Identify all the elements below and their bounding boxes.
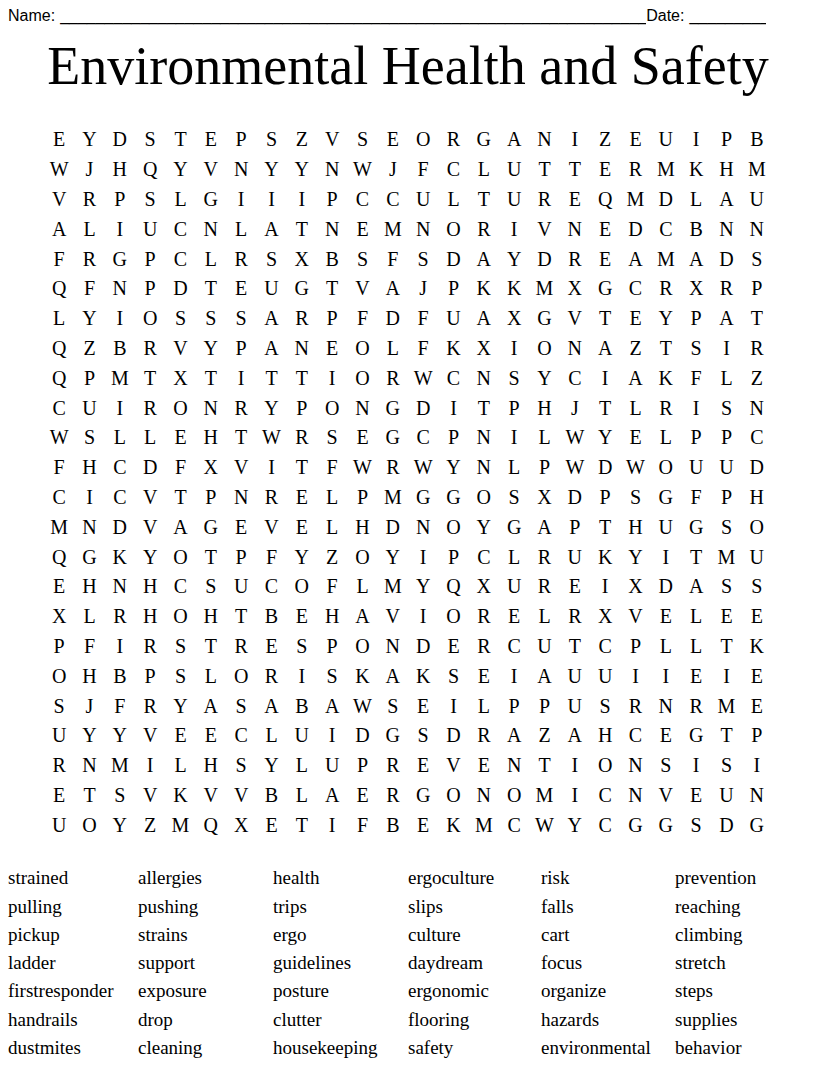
grid-cell[interactable]: S	[44, 691, 74, 721]
grid-cell[interactable]: L	[529, 602, 559, 632]
grid-cell[interactable]: O	[529, 334, 559, 364]
grid-cell[interactable]: D	[529, 244, 559, 274]
grid-cell[interactable]: A	[347, 602, 377, 632]
grid-cell[interactable]: X	[469, 572, 499, 602]
grid-cell[interactable]: U	[44, 810, 74, 840]
grid-cell[interactable]: W	[256, 423, 286, 453]
grid-cell[interactable]: A	[378, 274, 408, 304]
grid-cell[interactable]: C	[105, 483, 135, 513]
grid-cell[interactable]: E	[347, 423, 377, 453]
grid-cell[interactable]: R	[378, 781, 408, 811]
grid-cell[interactable]: R	[651, 393, 681, 423]
grid-cell[interactable]: S	[681, 334, 711, 364]
grid-cell[interactable]: L	[681, 602, 711, 632]
grid-cell[interactable]: M	[378, 483, 408, 513]
grid-cell[interactable]: R	[469, 214, 499, 244]
grid-cell[interactable]: Z	[590, 125, 620, 155]
grid-cell[interactable]: N	[560, 334, 590, 364]
grid-cell[interactable]: X	[499, 304, 529, 334]
grid-cell[interactable]: L	[681, 185, 711, 215]
grid-cell[interactable]: I	[560, 125, 590, 155]
grid-cell[interactable]: N	[74, 751, 104, 781]
grid-cell[interactable]: H	[196, 423, 226, 453]
grid-cell[interactable]: B	[317, 244, 347, 274]
grid-cell[interactable]: Z	[74, 334, 104, 364]
grid-cell[interactable]: L	[529, 423, 559, 453]
grid-cell[interactable]: K	[438, 810, 468, 840]
grid-cell[interactable]: K	[651, 363, 681, 393]
grid-cell[interactable]: E	[378, 125, 408, 155]
grid-cell[interactable]: T	[529, 751, 559, 781]
grid-cell[interactable]: V	[529, 214, 559, 244]
grid-cell[interactable]: H	[711, 155, 741, 185]
grid-cell[interactable]: N	[469, 781, 499, 811]
grid-cell[interactable]: X	[560, 274, 590, 304]
grid-cell[interactable]: Y	[529, 363, 559, 393]
grid-cell[interactable]: H	[105, 155, 135, 185]
grid-cell[interactable]: R	[135, 393, 165, 423]
grid-cell[interactable]: N	[469, 453, 499, 483]
grid-cell[interactable]: L	[469, 691, 499, 721]
grid-cell[interactable]: A	[256, 304, 286, 334]
grid-cell[interactable]: T	[287, 214, 317, 244]
grid-cell[interactable]: I	[499, 423, 529, 453]
grid-cell[interactable]: Y	[287, 155, 317, 185]
grid-cell[interactable]: O	[317, 393, 347, 423]
grid-cell[interactable]: K	[590, 542, 620, 572]
grid-cell[interactable]: V	[438, 751, 468, 781]
grid-cell[interactable]: A	[256, 334, 286, 364]
grid-cell[interactable]: G	[74, 542, 104, 572]
grid-cell[interactable]: P	[742, 274, 772, 304]
grid-cell[interactable]: N	[378, 632, 408, 662]
grid-cell[interactable]: I	[620, 661, 650, 691]
grid-cell[interactable]: E	[44, 572, 74, 602]
grid-cell[interactable]: L	[256, 721, 286, 751]
grid-cell[interactable]: S	[226, 751, 256, 781]
grid-cell[interactable]: Q	[44, 542, 74, 572]
grid-cell[interactable]: V	[165, 334, 195, 364]
grid-cell[interactable]: F	[256, 542, 286, 572]
grid-cell[interactable]: N	[469, 423, 499, 453]
grid-cell[interactable]: L	[74, 602, 104, 632]
grid-cell[interactable]: S	[317, 661, 347, 691]
grid-cell[interactable]: L	[287, 751, 317, 781]
grid-cell[interactable]: P	[196, 483, 226, 513]
grid-cell[interactable]: F	[408, 334, 438, 364]
grid-cell[interactable]: Z	[317, 542, 347, 572]
grid-cell[interactable]: F	[408, 155, 438, 185]
grid-cell[interactable]: E	[165, 423, 195, 453]
grid-cell[interactable]: N	[105, 572, 135, 602]
grid-cell[interactable]: I	[287, 185, 317, 215]
grid-cell[interactable]: A	[165, 512, 195, 542]
grid-cell[interactable]: E	[711, 602, 741, 632]
grid-cell[interactable]: N	[620, 781, 650, 811]
grid-cell[interactable]: T	[711, 632, 741, 662]
name-blank-line[interactable]: ________________________________________…	[60, 7, 646, 24]
grid-cell[interactable]: G	[378, 721, 408, 751]
grid-cell[interactable]: L	[44, 304, 74, 334]
grid-cell[interactable]: S	[408, 244, 438, 274]
grid-cell[interactable]: M	[651, 244, 681, 274]
grid-cell[interactable]: R	[620, 691, 650, 721]
grid-cell[interactable]: P	[529, 691, 559, 721]
grid-cell[interactable]: E	[651, 602, 681, 632]
grid-cell[interactable]: R	[438, 125, 468, 155]
grid-cell[interactable]: T	[711, 721, 741, 751]
grid-cell[interactable]: O	[347, 632, 377, 662]
grid-cell[interactable]: L	[196, 661, 226, 691]
grid-cell[interactable]: U	[226, 572, 256, 602]
grid-cell[interactable]: V	[317, 125, 347, 155]
grid-cell[interactable]: Y	[378, 542, 408, 572]
grid-cell[interactable]: F	[44, 453, 74, 483]
grid-cell[interactable]: K	[438, 334, 468, 364]
grid-cell[interactable]: G	[378, 423, 408, 453]
grid-cell[interactable]: D	[438, 721, 468, 751]
grid-cell[interactable]: S	[256, 125, 286, 155]
grid-cell[interactable]: G	[499, 512, 529, 542]
grid-cell[interactable]: I	[499, 661, 529, 691]
grid-cell[interactable]: I	[105, 632, 135, 662]
grid-cell[interactable]: C	[347, 185, 377, 215]
grid-cell[interactable]: P	[226, 125, 256, 155]
grid-cell[interactable]: I	[651, 542, 681, 572]
grid-cell[interactable]: S	[378, 691, 408, 721]
grid-cell[interactable]: P	[317, 304, 347, 334]
grid-cell[interactable]: K	[165, 781, 195, 811]
grid-cell[interactable]: O	[287, 572, 317, 602]
grid-cell[interactable]: M	[711, 542, 741, 572]
grid-cell[interactable]: R	[135, 691, 165, 721]
grid-cell[interactable]: E	[408, 691, 438, 721]
grid-cell[interactable]: R	[378, 453, 408, 483]
grid-cell[interactable]: S	[347, 125, 377, 155]
grid-cell[interactable]: I	[105, 304, 135, 334]
grid-cell[interactable]: I	[256, 453, 286, 483]
grid-cell[interactable]: V	[135, 512, 165, 542]
grid-cell[interactable]: M	[529, 781, 559, 811]
grid-cell[interactable]: T	[196, 274, 226, 304]
grid-cell[interactable]: W	[347, 453, 377, 483]
grid-cell[interactable]: P	[620, 632, 650, 662]
grid-cell[interactable]: X	[165, 363, 195, 393]
grid-cell[interactable]: Y	[74, 125, 104, 155]
grid-cell[interactable]: K	[469, 274, 499, 304]
grid-cell[interactable]: C	[590, 781, 620, 811]
grid-cell[interactable]: V	[256, 512, 286, 542]
grid-cell[interactable]: E	[196, 721, 226, 751]
grid-cell[interactable]: P	[347, 483, 377, 513]
grid-cell[interactable]: P	[44, 632, 74, 662]
grid-cell[interactable]: A	[196, 691, 226, 721]
grid-cell[interactable]: U	[681, 453, 711, 483]
grid-cell[interactable]: V	[620, 602, 650, 632]
grid-cell[interactable]: A	[529, 512, 559, 542]
grid-cell[interactable]: X	[196, 453, 226, 483]
grid-cell[interactable]: O	[438, 602, 468, 632]
grid-cell[interactable]: Y	[105, 721, 135, 751]
grid-cell[interactable]: U	[499, 185, 529, 215]
grid-cell[interactable]: R	[560, 602, 590, 632]
grid-cell[interactable]: N	[560, 214, 590, 244]
grid-cell[interactable]: S	[742, 244, 772, 274]
grid-cell[interactable]: L	[105, 423, 135, 453]
grid-cell[interactable]: A	[256, 691, 286, 721]
grid-cell[interactable]: R	[620, 155, 650, 185]
grid-cell[interactable]: E	[347, 781, 377, 811]
grid-cell[interactable]: Z	[135, 810, 165, 840]
grid-cell[interactable]: E	[44, 125, 74, 155]
grid-cell[interactable]: Y	[620, 542, 650, 572]
grid-cell[interactable]: D	[711, 244, 741, 274]
grid-cell[interactable]: S	[620, 483, 650, 513]
grid-cell[interactable]: T	[226, 423, 256, 453]
grid-cell[interactable]: U	[317, 751, 347, 781]
grid-cell[interactable]: N	[529, 125, 559, 155]
grid-cell[interactable]: R	[256, 483, 286, 513]
grid-cell[interactable]: S	[165, 661, 195, 691]
grid-cell[interactable]: T	[287, 453, 317, 483]
grid-cell[interactable]: I	[681, 393, 711, 423]
grid-cell[interactable]: H	[347, 512, 377, 542]
grid-cell[interactable]: G	[651, 810, 681, 840]
grid-cell[interactable]: W	[529, 810, 559, 840]
grid-cell[interactable]: Y	[165, 691, 195, 721]
grid-cell[interactable]: P	[74, 363, 104, 393]
grid-cell[interactable]: C	[408, 423, 438, 453]
grid-cell[interactable]: E	[287, 483, 317, 513]
grid-cell[interactable]: W	[620, 453, 650, 483]
grid-cell[interactable]: D	[408, 632, 438, 662]
grid-cell[interactable]: E	[620, 423, 650, 453]
grid-cell[interactable]: N	[226, 483, 256, 513]
grid-cell[interactable]: L	[499, 453, 529, 483]
grid-cell[interactable]: P	[681, 423, 711, 453]
grid-cell[interactable]: G	[408, 483, 438, 513]
grid-cell[interactable]: O	[74, 810, 104, 840]
grid-cell[interactable]: D	[742, 453, 772, 483]
grid-cell[interactable]: D	[165, 274, 195, 304]
grid-cell[interactable]: I	[74, 483, 104, 513]
grid-cell[interactable]: E	[469, 751, 499, 781]
grid-cell[interactable]: H	[196, 751, 226, 781]
grid-cell[interactable]: B	[105, 334, 135, 364]
grid-cell[interactable]: Y	[651, 304, 681, 334]
grid-cell[interactable]: C	[165, 214, 195, 244]
grid-cell[interactable]: M	[742, 155, 772, 185]
grid-cell[interactable]: O	[499, 781, 529, 811]
grid-cell[interactable]: T	[529, 155, 559, 185]
grid-cell[interactable]: T	[317, 274, 347, 304]
grid-cell[interactable]: N	[469, 363, 499, 393]
grid-cell[interactable]: R	[529, 185, 559, 215]
grid-cell[interactable]: P	[347, 751, 377, 781]
grid-cell[interactable]: P	[135, 244, 165, 274]
grid-cell[interactable]: F	[44, 244, 74, 274]
grid-cell[interactable]: F	[681, 483, 711, 513]
grid-cell[interactable]: T	[590, 393, 620, 423]
grid-cell[interactable]: R	[135, 632, 165, 662]
grid-cell[interactable]: H	[74, 572, 104, 602]
grid-cell[interactable]: X	[226, 810, 256, 840]
grid-cell[interactable]: B	[742, 125, 772, 155]
grid-cell[interactable]: P	[711, 125, 741, 155]
grid-cell[interactable]: Q	[590, 185, 620, 215]
grid-cell[interactable]: S	[226, 691, 256, 721]
grid-cell[interactable]: D	[651, 185, 681, 215]
grid-cell[interactable]: S	[165, 632, 195, 662]
grid-cell[interactable]: C	[226, 721, 256, 751]
grid-cell[interactable]: Y	[135, 542, 165, 572]
grid-cell[interactable]: A	[590, 334, 620, 364]
grid-cell[interactable]: O	[347, 334, 377, 364]
grid-cell[interactable]: K	[742, 632, 772, 662]
grid-cell[interactable]: C	[590, 632, 620, 662]
grid-cell[interactable]: R	[74, 244, 104, 274]
grid-cell[interactable]: P	[317, 185, 347, 215]
grid-cell[interactable]: I	[651, 661, 681, 691]
grid-cell[interactable]: A	[256, 214, 286, 244]
grid-cell[interactable]: E	[165, 721, 195, 751]
grid-cell[interactable]: A	[44, 214, 74, 244]
grid-cell[interactable]: C	[378, 185, 408, 215]
grid-cell[interactable]: N	[347, 393, 377, 423]
grid-cell[interactable]: L	[378, 334, 408, 364]
grid-cell[interactable]: S	[105, 781, 135, 811]
grid-cell[interactable]: T	[135, 363, 165, 393]
grid-cell[interactable]: Y	[287, 542, 317, 572]
grid-cell[interactable]: I	[711, 334, 741, 364]
grid-cell[interactable]: H	[620, 512, 650, 542]
grid-cell[interactable]: K	[499, 274, 529, 304]
grid-cell[interactable]: E	[681, 781, 711, 811]
grid-cell[interactable]: O	[165, 602, 195, 632]
grid-cell[interactable]: M	[651, 155, 681, 185]
grid-cell[interactable]: K	[105, 542, 135, 572]
grid-cell[interactable]: J	[378, 155, 408, 185]
grid-cell[interactable]: S	[438, 661, 468, 691]
grid-cell[interactable]: U	[438, 304, 468, 334]
grid-cell[interactable]: W	[44, 423, 74, 453]
grid-cell[interactable]: Y	[105, 810, 135, 840]
grid-cell[interactable]: U	[529, 632, 559, 662]
grid-cell[interactable]: T	[226, 602, 256, 632]
grid-cell[interactable]: E	[620, 304, 650, 334]
grid-cell[interactable]: I	[105, 214, 135, 244]
grid-cell[interactable]: A	[469, 244, 499, 274]
grid-cell[interactable]: N	[317, 155, 347, 185]
grid-cell[interactable]: A	[560, 721, 590, 751]
grid-cell[interactable]: O	[347, 363, 377, 393]
grid-cell[interactable]: A	[469, 304, 499, 334]
grid-cell[interactable]: T	[165, 125, 195, 155]
grid-cell[interactable]: O	[438, 781, 468, 811]
grid-cell[interactable]: M	[105, 363, 135, 393]
grid-cell[interactable]: R	[105, 602, 135, 632]
grid-cell[interactable]: W	[408, 363, 438, 393]
grid-cell[interactable]: R	[226, 244, 256, 274]
grid-cell[interactable]: P	[226, 334, 256, 364]
grid-cell[interactable]: K	[681, 155, 711, 185]
grid-cell[interactable]: Y	[408, 572, 438, 602]
grid-cell[interactable]: W	[44, 155, 74, 185]
grid-cell[interactable]: Y	[256, 155, 286, 185]
grid-cell[interactable]: B	[256, 602, 286, 632]
grid-cell[interactable]: R	[135, 334, 165, 364]
grid-cell[interactable]: F	[317, 453, 347, 483]
grid-cell[interactable]: B	[681, 214, 711, 244]
grid-cell[interactable]: O	[408, 125, 438, 155]
grid-cell[interactable]: N	[408, 512, 438, 542]
grid-cell[interactable]: P	[742, 721, 772, 751]
grid-cell[interactable]: A	[529, 661, 559, 691]
grid-cell[interactable]: R	[287, 423, 317, 453]
grid-cell[interactable]: G	[681, 512, 711, 542]
grid-cell[interactable]: N	[711, 214, 741, 244]
grid-cell[interactable]: A	[711, 304, 741, 334]
grid-cell[interactable]: E	[408, 751, 438, 781]
grid-cell[interactable]: I	[105, 393, 135, 423]
grid-cell[interactable]: H	[74, 661, 104, 691]
grid-cell[interactable]: N	[742, 781, 772, 811]
grid-cell[interactable]: S	[196, 304, 226, 334]
grid-cell[interactable]: A	[499, 721, 529, 751]
grid-cell[interactable]: P	[711, 423, 741, 453]
grid-cell[interactable]: C	[44, 483, 74, 513]
grid-cell[interactable]: I	[560, 751, 590, 781]
grid-cell[interactable]: P	[438, 542, 468, 572]
grid-cell[interactable]: Q	[44, 363, 74, 393]
grid-cell[interactable]: Q	[135, 155, 165, 185]
grid-cell[interactable]: D	[347, 721, 377, 751]
grid-cell[interactable]: P	[681, 304, 711, 334]
grid-cell[interactable]: G	[529, 304, 559, 334]
grid-cell[interactable]: A	[317, 691, 347, 721]
grid-cell[interactable]: M	[711, 691, 741, 721]
grid-cell[interactable]: Y	[499, 244, 529, 274]
grid-cell[interactable]: S	[742, 572, 772, 602]
grid-cell[interactable]: E	[287, 602, 317, 632]
grid-cell[interactable]: I	[499, 334, 529, 364]
grid-cell[interactable]: A	[681, 572, 711, 602]
grid-cell[interactable]: F	[347, 304, 377, 334]
grid-cell[interactable]: E	[196, 125, 226, 155]
grid-cell[interactable]: P	[226, 542, 256, 572]
grid-cell[interactable]: O	[347, 542, 377, 572]
grid-cell[interactable]: U	[651, 125, 681, 155]
grid-cell[interactable]: E	[226, 274, 256, 304]
grid-cell[interactable]: S	[711, 751, 741, 781]
grid-cell[interactable]: D	[378, 512, 408, 542]
grid-cell[interactable]: R	[378, 751, 408, 781]
grid-cell[interactable]: A	[378, 661, 408, 691]
grid-cell[interactable]: R	[711, 274, 741, 304]
grid-cell[interactable]: K	[408, 661, 438, 691]
grid-cell[interactable]: I	[438, 691, 468, 721]
grid-cell[interactable]: N	[620, 751, 650, 781]
grid-cell[interactable]: M	[165, 810, 195, 840]
grid-cell[interactable]: O	[135, 304, 165, 334]
grid-cell[interactable]: C	[590, 810, 620, 840]
grid-cell[interactable]: A	[620, 363, 650, 393]
grid-cell[interactable]: R	[256, 661, 286, 691]
grid-cell[interactable]: G	[378, 393, 408, 423]
grid-cell[interactable]: P	[711, 483, 741, 513]
grid-cell[interactable]: R	[469, 602, 499, 632]
grid-cell[interactable]: V	[44, 185, 74, 215]
